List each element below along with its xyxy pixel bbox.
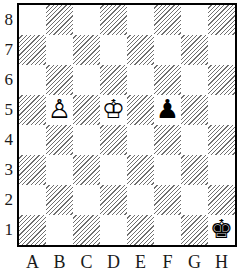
file-label-d: D [100,249,127,275]
rank-label-7: 7 [0,35,13,65]
square-e5[interactable] [127,95,154,125]
square-c7[interactable] [73,35,100,65]
square-c1[interactable] [73,215,100,245]
rank-label-8: 8 [0,5,13,35]
square-h6[interactable] [208,65,235,95]
file-label-b: B [46,249,73,275]
rank-label-2: 2 [0,185,13,215]
square-g8[interactable] [181,5,208,35]
square-e4[interactable] [127,125,154,155]
square-e7[interactable] [127,35,154,65]
square-f3[interactable] [154,155,181,185]
square-b5[interactable]: ♙ [46,95,73,125]
square-f8[interactable] [154,5,181,35]
square-d2[interactable] [100,185,127,215]
square-d7[interactable] [100,35,127,65]
piece-black-pawn: ♟ [156,94,179,124]
square-c5[interactable] [73,95,100,125]
square-c3[interactable] [73,155,100,185]
file-label-g: G [181,249,208,275]
square-b3[interactable] [46,155,73,185]
square-e8[interactable] [127,5,154,35]
file-label-a: A [19,249,46,275]
square-h1[interactable]: ♚ [208,215,235,245]
square-b4[interactable] [46,125,73,155]
rank-label-4: 4 [0,125,13,155]
square-b7[interactable] [46,35,73,65]
square-c2[interactable] [73,185,100,215]
square-b8[interactable] [46,5,73,35]
square-h5[interactable] [208,95,235,125]
square-h4[interactable] [208,125,235,155]
square-h7[interactable] [208,35,235,65]
square-g2[interactable] [181,185,208,215]
square-d6[interactable] [100,65,127,95]
square-f1[interactable] [154,215,181,245]
square-g6[interactable] [181,65,208,95]
rank-labels: 8 7 6 5 4 3 2 1 [0,5,13,245]
square-g7[interactable] [181,35,208,65]
square-a2[interactable] [19,185,46,215]
square-d3[interactable] [100,155,127,185]
square-f7[interactable] [154,35,181,65]
file-label-c: C [73,249,100,275]
rank-label-5: 5 [0,95,13,125]
square-c8[interactable] [73,5,100,35]
square-b1[interactable] [46,215,73,245]
square-g3[interactable] [181,155,208,185]
square-a4[interactable] [19,125,46,155]
rank-label-6: 6 [0,65,13,95]
square-f2[interactable] [154,185,181,215]
rank-label-3: 3 [0,155,13,185]
square-f6[interactable] [154,65,181,95]
square-g1[interactable] [181,215,208,245]
square-a1[interactable] [19,215,46,245]
square-h3[interactable] [208,155,235,185]
square-e2[interactable] [127,185,154,215]
square-h8[interactable] [208,5,235,35]
file-label-f: F [154,249,181,275]
square-a6[interactable] [19,65,46,95]
file-label-e: E [127,249,154,275]
file-labels: A B C D E F G H [19,249,235,275]
square-b2[interactable] [46,185,73,215]
rank-label-1: 1 [0,215,13,245]
square-h2[interactable] [208,185,235,215]
piece-white-king: ♔ [102,94,125,124]
square-f5[interactable]: ♟ [154,95,181,125]
file-label-h: H [208,249,235,275]
piece-black-king: ♚ [210,214,233,244]
square-c4[interactable] [73,125,100,155]
square-d4[interactable] [100,125,127,155]
chess-board: ♙♔♟♚ [17,3,237,247]
square-b6[interactable] [46,65,73,95]
square-e3[interactable] [127,155,154,185]
square-a5[interactable] [19,95,46,125]
square-a8[interactable] [19,5,46,35]
chess-board-diagram: 8 7 6 5 4 3 2 1 ♙♔♟♚ A B C D E F G H [0,0,238,275]
square-d5[interactable]: ♔ [100,95,127,125]
square-g4[interactable] [181,125,208,155]
square-d1[interactable] [100,215,127,245]
square-d8[interactable] [100,5,127,35]
square-g5[interactable] [181,95,208,125]
piece-white-pawn: ♙ [48,94,71,124]
square-c6[interactable] [73,65,100,95]
square-e1[interactable] [127,215,154,245]
square-f4[interactable] [154,125,181,155]
square-e6[interactable] [127,65,154,95]
square-a7[interactable] [19,35,46,65]
square-a3[interactable] [19,155,46,185]
